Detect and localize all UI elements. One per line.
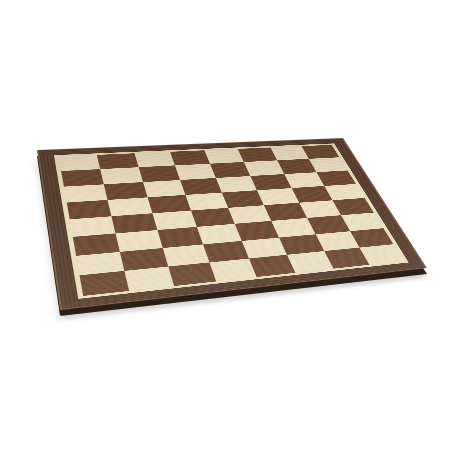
square-c1 [168,262,216,286]
product-photo [0,0,452,452]
square-b1 [125,266,174,290]
square-a1 [80,271,130,296]
